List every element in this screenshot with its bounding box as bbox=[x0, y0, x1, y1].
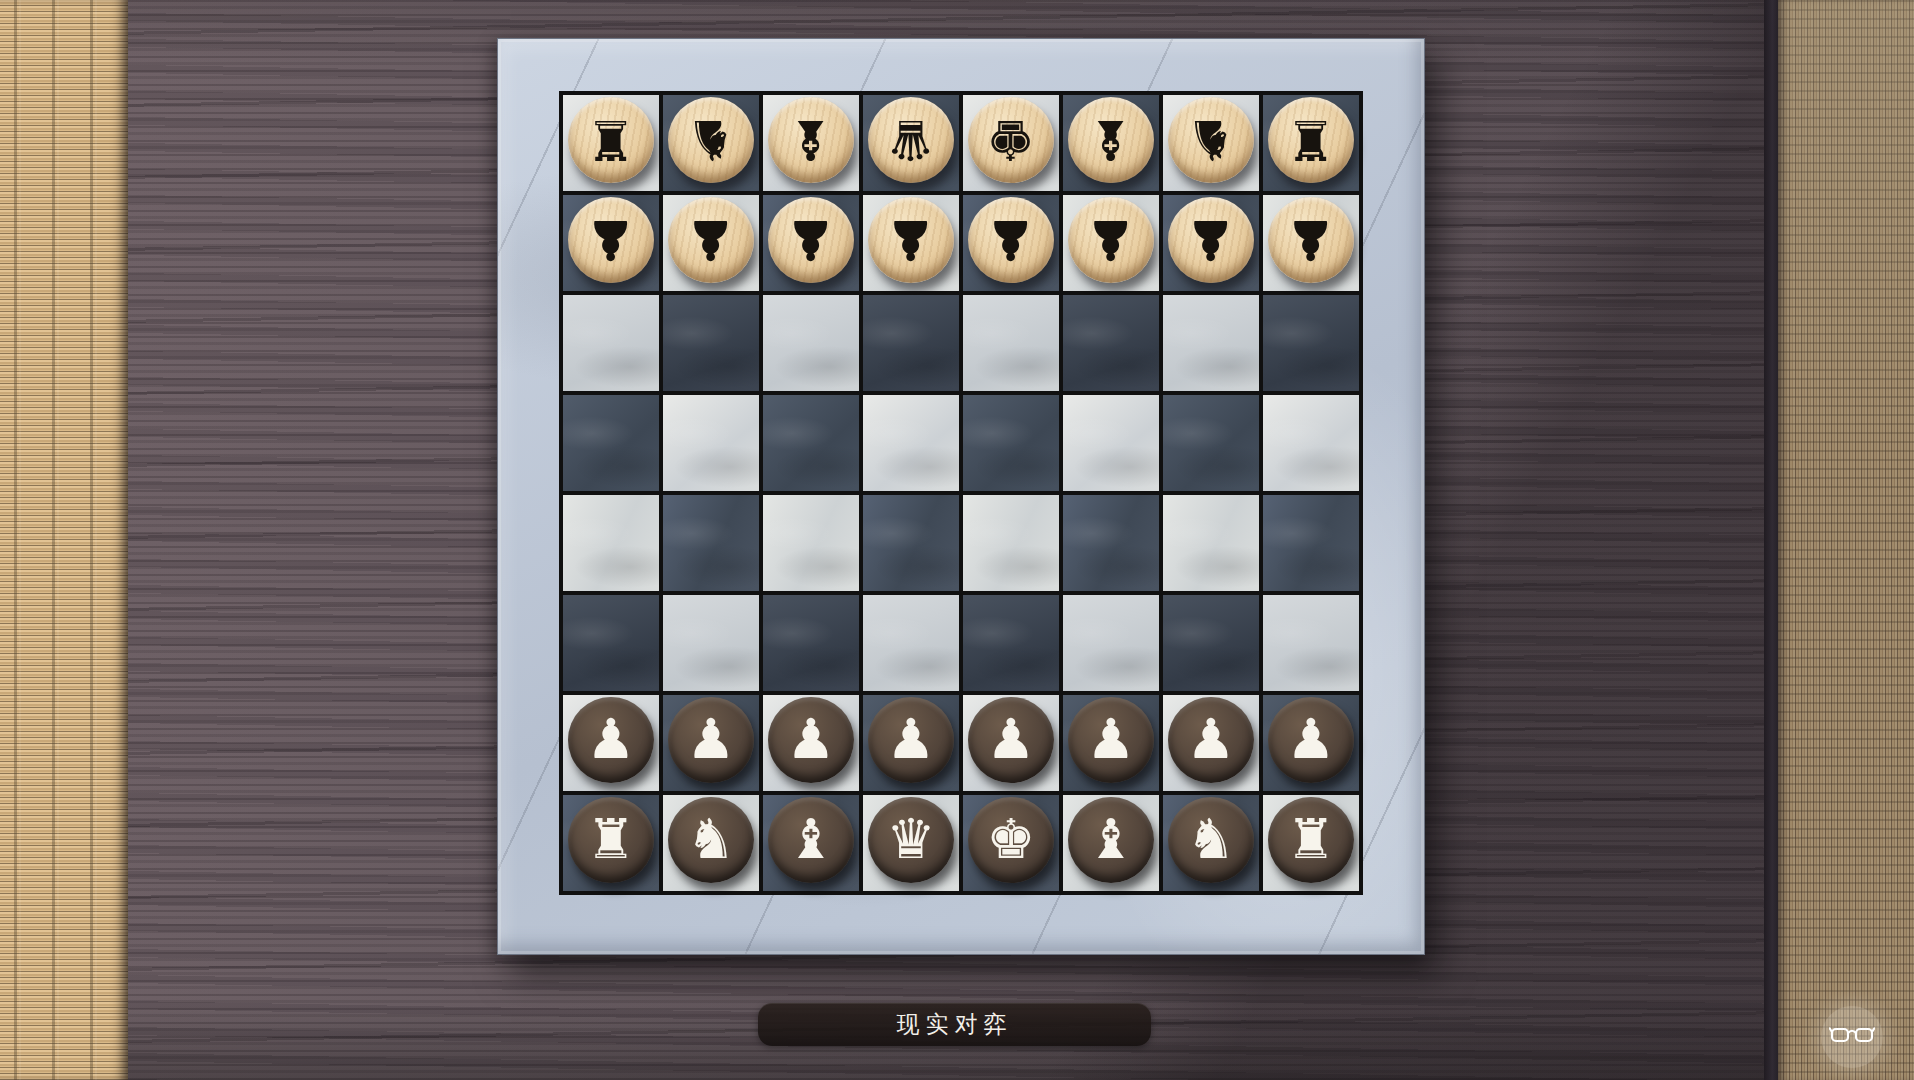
piece-black-king[interactable]: ♚ bbox=[968, 97, 1054, 183]
pawn-glyph: ♟ bbox=[1186, 212, 1235, 267]
square-d6[interactable] bbox=[863, 295, 959, 391]
square-b1[interactable]: ♞ bbox=[663, 795, 759, 891]
queen-glyph: ♛ bbox=[886, 112, 935, 167]
square-b6[interactable] bbox=[663, 295, 759, 391]
bishop-glyph: ♝ bbox=[1086, 112, 1135, 167]
square-b7[interactable]: ♟ bbox=[663, 195, 759, 291]
square-g6[interactable] bbox=[1163, 295, 1259, 391]
square-d8[interactable]: ♛ bbox=[863, 95, 959, 191]
bishop-glyph: ♝ bbox=[786, 112, 835, 167]
knight-glyph: ♞ bbox=[1186, 812, 1235, 867]
square-h3[interactable] bbox=[1263, 595, 1359, 691]
piece-black-pawn[interactable]: ♟ bbox=[1268, 197, 1354, 283]
piece-black-pawn[interactable]: ♟ bbox=[968, 197, 1054, 283]
pawn-glyph: ♟ bbox=[1286, 712, 1335, 767]
square-b2[interactable]: ♟ bbox=[663, 695, 759, 791]
square-a3[interactable] bbox=[563, 595, 659, 691]
square-g2[interactable]: ♟ bbox=[1163, 695, 1259, 791]
square-h5[interactable] bbox=[1263, 395, 1359, 491]
square-c7[interactable]: ♟ bbox=[763, 195, 859, 291]
bishop-glyph: ♝ bbox=[786, 812, 835, 867]
pawn-glyph: ♟ bbox=[786, 212, 835, 267]
square-e8[interactable]: ♚ bbox=[963, 95, 1059, 191]
pawn-glyph: ♟ bbox=[986, 212, 1035, 267]
bishop-glyph: ♝ bbox=[1086, 812, 1135, 867]
square-f5[interactable] bbox=[1063, 395, 1159, 491]
piece-black-pawn[interactable]: ♟ bbox=[1068, 197, 1154, 283]
pawn-glyph: ♟ bbox=[1186, 712, 1235, 767]
eyeglasses-icon bbox=[1829, 1023, 1875, 1051]
rook-glyph: ♜ bbox=[1286, 812, 1335, 867]
square-a7[interactable]: ♟ bbox=[563, 195, 659, 291]
pawn-glyph: ♟ bbox=[586, 212, 635, 267]
piece-black-pawn[interactable]: ♟ bbox=[1168, 197, 1254, 283]
piece-white-pawn[interactable]: ♟ bbox=[568, 697, 654, 783]
square-d1[interactable]: ♛ bbox=[863, 795, 959, 891]
square-e4[interactable] bbox=[963, 495, 1059, 591]
piece-black-pawn[interactable]: ♟ bbox=[668, 197, 754, 283]
pawn-glyph: ♟ bbox=[886, 712, 935, 767]
square-h8[interactable]: ♜ bbox=[1263, 95, 1359, 191]
piece-white-bishop[interactable]: ♝ bbox=[1068, 797, 1154, 883]
piece-black-pawn[interactable]: ♟ bbox=[568, 197, 654, 283]
square-b5[interactable] bbox=[663, 395, 759, 491]
square-e3[interactable] bbox=[963, 595, 1059, 691]
square-d4[interactable] bbox=[863, 495, 959, 591]
square-h7[interactable]: ♟ bbox=[1263, 195, 1359, 291]
piece-white-queen[interactable]: ♛ bbox=[868, 797, 954, 883]
piece-white-rook[interactable]: ♜ bbox=[1268, 797, 1354, 883]
piece-black-knight[interactable]: ♞ bbox=[1168, 97, 1254, 183]
tatami-mat-left bbox=[0, 0, 128, 1080]
pawn-glyph: ♟ bbox=[1286, 212, 1335, 267]
app-screen: ♜♞♝♛♚♝♞♜♟♟♟♟♟♟♟♟♟♟♟♟♟♟♟♟♜♞♝♛♚♝♞♜ 现实对弈 bbox=[0, 0, 1914, 1080]
piece-white-pawn[interactable]: ♟ bbox=[1068, 697, 1154, 783]
piece-white-pawn[interactable]: ♟ bbox=[668, 697, 754, 783]
square-f3[interactable] bbox=[1063, 595, 1159, 691]
king-glyph: ♚ bbox=[986, 812, 1035, 867]
piece-white-bishop[interactable]: ♝ bbox=[768, 797, 854, 883]
square-e2[interactable]: ♟ bbox=[963, 695, 1059, 791]
square-f6[interactable] bbox=[1063, 295, 1159, 391]
square-g3[interactable] bbox=[1163, 595, 1259, 691]
play-button-label: 现实对弈 bbox=[897, 1009, 1013, 1040]
piece-white-pawn[interactable]: ♟ bbox=[1268, 697, 1354, 783]
piece-black-knight[interactable]: ♞ bbox=[668, 97, 754, 183]
piece-white-pawn[interactable]: ♟ bbox=[868, 697, 954, 783]
piece-black-queen[interactable]: ♛ bbox=[868, 97, 954, 183]
square-f1[interactable]: ♝ bbox=[1063, 795, 1159, 891]
piece-black-pawn[interactable]: ♟ bbox=[868, 197, 954, 283]
square-h6[interactable] bbox=[1263, 295, 1359, 391]
square-b4[interactable] bbox=[663, 495, 759, 591]
square-a4[interactable] bbox=[563, 495, 659, 591]
piece-white-knight[interactable]: ♞ bbox=[1168, 797, 1254, 883]
knight-glyph: ♞ bbox=[686, 812, 735, 867]
play-button[interactable]: 现实对弈 bbox=[758, 1003, 1151, 1046]
square-e1[interactable]: ♚ bbox=[963, 795, 1059, 891]
pawn-glyph: ♟ bbox=[1086, 212, 1135, 267]
square-a6[interactable] bbox=[563, 295, 659, 391]
square-a1[interactable]: ♜ bbox=[563, 795, 659, 891]
square-g8[interactable]: ♞ bbox=[1163, 95, 1259, 191]
square-c4[interactable] bbox=[763, 495, 859, 591]
tatami-mat-right bbox=[1778, 0, 1914, 1080]
knight-glyph: ♞ bbox=[1186, 112, 1235, 167]
square-g5[interactable] bbox=[1163, 395, 1259, 491]
square-a2[interactable]: ♟ bbox=[563, 695, 659, 791]
square-f8[interactable]: ♝ bbox=[1063, 95, 1159, 191]
pawn-glyph: ♟ bbox=[1086, 712, 1135, 767]
square-e7[interactable]: ♟ bbox=[963, 195, 1059, 291]
piece-white-pawn[interactable]: ♟ bbox=[1168, 697, 1254, 783]
piece-white-pawn[interactable]: ♟ bbox=[968, 697, 1054, 783]
rook-glyph: ♜ bbox=[586, 112, 635, 167]
mat-gap-right bbox=[1764, 0, 1778, 1080]
square-f2[interactable]: ♟ bbox=[1063, 695, 1159, 791]
square-g4[interactable] bbox=[1163, 495, 1259, 591]
rook-glyph: ♜ bbox=[586, 812, 635, 867]
square-c6[interactable] bbox=[763, 295, 859, 391]
chess-board: ♜♞♝♛♚♝♞♜♟♟♟♟♟♟♟♟♟♟♟♟♟♟♟♟♜♞♝♛♚♝♞♜ bbox=[497, 38, 1425, 955]
pawn-glyph: ♟ bbox=[786, 712, 835, 767]
piece-white-knight[interactable]: ♞ bbox=[668, 797, 754, 883]
piece-black-rook[interactable]: ♜ bbox=[1268, 97, 1354, 183]
knight-glyph: ♞ bbox=[686, 112, 735, 167]
square-d2[interactable]: ♟ bbox=[863, 695, 959, 791]
pawn-glyph: ♟ bbox=[986, 712, 1035, 767]
square-h2[interactable]: ♟ bbox=[1263, 695, 1359, 791]
pawn-glyph: ♟ bbox=[686, 712, 735, 767]
piece-black-bishop[interactable]: ♝ bbox=[1068, 97, 1154, 183]
pawn-glyph: ♟ bbox=[886, 212, 935, 267]
square-c8[interactable]: ♝ bbox=[763, 95, 859, 191]
square-b3[interactable] bbox=[663, 595, 759, 691]
square-c1[interactable]: ♝ bbox=[763, 795, 859, 891]
square-d5[interactable] bbox=[863, 395, 959, 491]
piece-white-pawn[interactable]: ♟ bbox=[768, 697, 854, 783]
square-b8[interactable]: ♞ bbox=[663, 95, 759, 191]
square-c5[interactable] bbox=[763, 395, 859, 491]
pawn-glyph: ♟ bbox=[586, 712, 635, 767]
rook-glyph: ♜ bbox=[1286, 112, 1335, 167]
piece-white-king[interactable]: ♚ bbox=[968, 797, 1054, 883]
square-g7[interactable]: ♟ bbox=[1163, 195, 1259, 291]
pawn-glyph: ♟ bbox=[686, 212, 735, 267]
queen-glyph: ♛ bbox=[886, 812, 935, 867]
piece-black-rook[interactable]: ♜ bbox=[568, 97, 654, 183]
piece-black-pawn[interactable]: ♟ bbox=[768, 197, 854, 283]
piece-white-rook[interactable]: ♜ bbox=[568, 797, 654, 883]
square-h4[interactable] bbox=[1263, 495, 1359, 591]
square-d7[interactable]: ♟ bbox=[863, 195, 959, 291]
board-grid: ♜♞♝♛♚♝♞♜♟♟♟♟♟♟♟♟♟♟♟♟♟♟♟♟♜♞♝♛♚♝♞♜ bbox=[559, 91, 1363, 895]
square-c3[interactable] bbox=[763, 595, 859, 691]
eyeglasses-button[interactable] bbox=[1821, 1006, 1883, 1068]
square-e6[interactable] bbox=[963, 295, 1059, 391]
king-glyph: ♚ bbox=[986, 112, 1035, 167]
square-a5[interactable] bbox=[563, 395, 659, 491]
square-a8[interactable]: ♜ bbox=[563, 95, 659, 191]
square-f7[interactable]: ♟ bbox=[1063, 195, 1159, 291]
square-h1[interactable]: ♜ bbox=[1263, 795, 1359, 891]
square-e5[interactable] bbox=[963, 395, 1059, 491]
square-d3[interactable] bbox=[863, 595, 959, 691]
square-f4[interactable] bbox=[1063, 495, 1159, 591]
square-c2[interactable]: ♟ bbox=[763, 695, 859, 791]
square-g1[interactable]: ♞ bbox=[1163, 795, 1259, 891]
piece-black-bishop[interactable]: ♝ bbox=[768, 97, 854, 183]
